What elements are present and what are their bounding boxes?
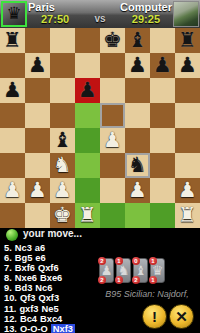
black-move[interactable]: a6 (35, 243, 45, 253)
chess-app: ♛ Paris 27:50 vs Computer 29:25 ♜♚♝♜♟♟♟♟… (0, 0, 200, 333)
square-e7[interactable] (100, 53, 125, 78)
hint-warning-button[interactable]: ! (142, 304, 167, 329)
square-a8[interactable]: ♜ (0, 28, 25, 53)
square-f4[interactable] (125, 128, 150, 153)
white-move[interactable]: gxf3 (19, 304, 38, 314)
square-e5[interactable] (100, 103, 125, 128)
piece-white-rook: ♜ (175, 203, 200, 228)
square-g6[interactable] (150, 78, 175, 103)
piece-black-pawn: ♟ (25, 53, 50, 78)
piece-black-rook: ♜ (0, 28, 25, 53)
move-row: 8.Nxe6Bxe6 (4, 273, 78, 283)
square-f1[interactable] (125, 203, 150, 228)
versus-label: vs (0, 13, 200, 24)
capture-count-bottom: 2 (132, 276, 140, 284)
square-e1[interactable] (100, 203, 125, 228)
capture-count-bottom: 2 (98, 276, 106, 284)
move-number: 6. (4, 253, 12, 263)
square-a5[interactable] (0, 103, 25, 128)
square-b1[interactable] (25, 203, 50, 228)
black-move[interactable]: Bxc4 (40, 314, 62, 324)
square-b6[interactable] (25, 78, 50, 103)
square-a1[interactable] (0, 203, 25, 228)
move-row: 10.Qf3Qxf3 (4, 293, 78, 303)
square-d2[interactable] (75, 178, 100, 203)
square-e4[interactable]: ♟ (100, 128, 125, 153)
black-move[interactable]: Ne5 (42, 304, 59, 314)
move-list: 5.Nc3a66.Bg5e67.Bxf6Qxf68.Nxe6Bxe69.Bd3N… (4, 243, 78, 333)
move-number: 10. (4, 293, 17, 303)
square-d7[interactable] (75, 53, 100, 78)
square-f3[interactable]: ♞ (125, 153, 150, 178)
piece-black-pawn: ♟ (0, 78, 25, 103)
black-move[interactable]: Qxf3 (38, 293, 59, 303)
capture-count-top: 1 (115, 257, 123, 265)
piece-white-pawn: ♟ (125, 178, 150, 203)
move-number: 8. (4, 273, 12, 283)
white-move[interactable]: Bxf6 (15, 263, 35, 273)
square-h7[interactable]: ♟ (175, 53, 200, 78)
move-row: 13.O-O-ONxf3 (4, 324, 78, 333)
square-a3[interactable] (0, 153, 25, 178)
status-text: your move... (23, 228, 82, 239)
move-row: 9.Bd3Nc6 (4, 283, 78, 293)
close-button[interactable]: ✕ (169, 304, 194, 329)
square-a7[interactable] (0, 53, 25, 78)
square-b4[interactable] (25, 128, 50, 153)
white-move[interactable]: Bd3 (15, 283, 33, 293)
square-f8[interactable]: ♝ (125, 28, 150, 53)
captured-card-knight: ♞11 (116, 258, 131, 283)
square-c2[interactable]: ♟ (50, 178, 75, 203)
black-move[interactable]: Nxf3 (51, 324, 75, 333)
black-move[interactable]: Qxf6 (38, 263, 59, 273)
right-player-name: Computer (120, 1, 172, 13)
status-bar: your move... (0, 228, 200, 242)
captured-card-bishop: ♝02 (133, 258, 148, 283)
square-e3[interactable] (100, 153, 125, 178)
piece-white-pawn: ♟ (0, 178, 25, 203)
white-move[interactable]: Bc4 (20, 314, 37, 324)
move-number: 13. (4, 324, 17, 333)
square-h6[interactable] (175, 78, 200, 103)
square-a4[interactable] (0, 128, 25, 153)
square-e8[interactable]: ♚ (100, 28, 125, 53)
square-c1[interactable]: ♚ (50, 203, 75, 228)
square-g2[interactable] (150, 178, 175, 203)
white-move[interactable]: Qf3 (20, 293, 36, 303)
move-number: 12. (4, 314, 17, 324)
piece-white-pawn: ♟ (175, 178, 200, 203)
square-d8[interactable] (75, 28, 100, 53)
captured-card-pawn: ♟22 (99, 258, 114, 283)
square-d3[interactable] (75, 153, 100, 178)
square-f5[interactable] (125, 103, 150, 128)
square-d6[interactable]: ♟ (75, 78, 100, 103)
move-row: 11.gxf3Ne5 (4, 304, 78, 314)
square-c4[interactable]: ♝ (50, 128, 75, 153)
square-h4[interactable] (175, 128, 200, 153)
square-h5[interactable] (175, 103, 200, 128)
capture-count-top: 2 (98, 257, 106, 265)
square-c3[interactable]: ♞ (50, 153, 75, 178)
move-number: 5. (4, 243, 12, 253)
move-row: 6.Bg5e6 (4, 253, 78, 263)
square-d5[interactable] (75, 103, 100, 128)
square-a2[interactable]: ♟ (0, 178, 25, 203)
piece-black-bishop: ♝ (50, 128, 75, 153)
square-b2[interactable]: ♟ (25, 178, 50, 203)
black-move[interactable]: Bxe6 (40, 273, 62, 283)
capture-count-top: 0 (132, 257, 140, 265)
opening-name-label: B95 Sicilian: Najdorf, (96, 289, 198, 299)
capture-count-bottom: 1 (115, 276, 123, 284)
square-c8[interactable] (50, 28, 75, 53)
piece-black-pawn: ♟ (175, 53, 200, 78)
capture-count-bottom: 1 (149, 276, 157, 284)
move-row: 7.Bxf6Qxf6 (4, 263, 78, 273)
captured-pieces-cards: ♟22♞11♝02♛11 (99, 258, 165, 283)
black-move[interactable]: e6 (35, 253, 45, 263)
black-move[interactable]: Nc6 (35, 283, 52, 293)
white-move[interactable]: Nc3 (15, 243, 32, 253)
square-c5[interactable] (50, 103, 75, 128)
piece-white-pawn: ♟ (25, 178, 50, 203)
piece-black-pawn: ♟ (125, 53, 150, 78)
piece-white-knight: ♞ (50, 153, 75, 178)
left-player-name: Paris (28, 1, 55, 13)
square-b7[interactable]: ♟ (25, 53, 50, 78)
white-move[interactable]: Nxe6 (15, 273, 37, 283)
square-c6[interactable] (50, 78, 75, 103)
computer-avatar (173, 1, 199, 27)
piece-black-pawn: ♟ (75, 78, 100, 103)
square-b3[interactable] (25, 153, 50, 178)
square-g7[interactable]: ♟ (150, 53, 175, 78)
white-move[interactable]: O-O-O (20, 324, 48, 333)
piece-white-king: ♚ (50, 203, 75, 228)
square-g1[interactable] (150, 203, 175, 228)
square-h3[interactable] (175, 153, 200, 178)
move-number: 11. (4, 304, 16, 314)
piece-black-bishop: ♝ (125, 28, 150, 53)
square-h1[interactable]: ♜ (175, 203, 200, 228)
square-d4[interactable] (75, 128, 100, 153)
square-h2[interactable]: ♟ (175, 178, 200, 203)
square-a6[interactable]: ♟ (0, 78, 25, 103)
piece-black-pawn: ♟ (150, 53, 175, 78)
white-move[interactable]: Bg5 (15, 253, 33, 263)
right-player-clock: 29:25 (132, 13, 160, 25)
square-c7[interactable] (50, 53, 75, 78)
piece-white-pawn: ♟ (50, 178, 75, 203)
square-f6[interactable] (125, 78, 150, 103)
square-b5[interactable] (25, 103, 50, 128)
move-number: 9. (4, 283, 12, 293)
piece-white-rook: ♜ (75, 203, 100, 228)
square-f2[interactable]: ♟ (125, 178, 150, 203)
square-g4[interactable] (150, 128, 175, 153)
captured-card-queen: ♛11 (150, 258, 165, 283)
piece-black-king: ♚ (100, 28, 125, 53)
piece-white-pawn: ♟ (100, 128, 125, 153)
piece-black-knight: ♞ (125, 153, 150, 178)
move-row: 12.Bc4Bxc4 (4, 314, 78, 324)
square-f7[interactable]: ♟ (125, 53, 150, 78)
capture-count-top: 1 (149, 257, 157, 265)
square-g3[interactable] (150, 153, 175, 178)
piece-black-rook: ♜ (175, 28, 200, 53)
square-h8[interactable]: ♜ (175, 28, 200, 53)
turn-indicator-ball-icon (6, 229, 18, 241)
square-g5[interactable] (150, 103, 175, 128)
chess-board: ♜♚♝♜♟♟♟♟♟♟♝♟♞♞♟♟♟♟♟♚♜♜ (0, 28, 200, 228)
square-d1[interactable]: ♜ (75, 203, 100, 228)
square-e6[interactable] (100, 78, 125, 103)
square-e2[interactable] (100, 178, 125, 203)
player-header-bar: ♛ Paris 27:50 vs Computer 29:25 (0, 0, 200, 28)
square-b8[interactable] (25, 28, 50, 53)
move-row: 5.Nc3a6 (4, 243, 78, 253)
move-number: 7. (4, 263, 12, 273)
square-g8[interactable] (150, 28, 175, 53)
